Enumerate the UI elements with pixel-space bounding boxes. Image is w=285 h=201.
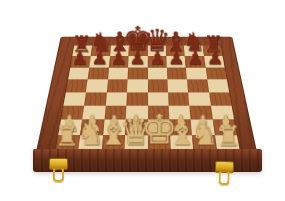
square-e2: ♟: [148, 120, 170, 135]
square-a8: ♜: [72, 45, 92, 56]
square-h7: ♟: [204, 56, 225, 67]
square-d2: ♟: [125, 120, 147, 135]
square-f8: ♝: [166, 45, 185, 56]
square-c7: ♟: [109, 56, 129, 67]
square-d8: ♚: [129, 45, 148, 56]
black-knight: ♞: [89, 30, 112, 56]
square-e6: [147, 67, 167, 79]
square-f7: ♟: [166, 56, 186, 67]
chess-board: ♜♞♝♚♛♝♞♜♟♟♟♟♟♟♟♟♟♟♟♟♟♟♟♟♜♞♝♛♚♝♞♜: [54, 45, 241, 152]
square-c2: ♟: [103, 120, 126, 135]
square-c6: [108, 67, 128, 79]
square-g6: [186, 67, 207, 79]
square-g7: ♟: [185, 56, 205, 67]
white-bishop: ♝: [98, 117, 127, 150]
square-h3: [211, 106, 235, 120]
square-d6: [128, 67, 148, 79]
square-h4: [209, 92, 232, 105]
square-e3: [148, 106, 170, 120]
square-e8: ♛: [147, 45, 166, 56]
black-bishop: ♝: [107, 29, 131, 56]
square-h5: [207, 79, 229, 92]
square-f3: [169, 106, 191, 120]
square-e5: [147, 79, 167, 92]
black-rook: ♜: [72, 34, 92, 56]
square-d5: [127, 79, 147, 92]
square-c5: [107, 79, 128, 92]
latch-loop-icon: [53, 167, 64, 182]
square-f4: [168, 92, 190, 105]
square-c4: [106, 92, 128, 105]
square-g4: [188, 92, 210, 105]
square-b3: [83, 106, 106, 120]
square-b2: ♟: [81, 120, 105, 135]
square-a5: [66, 79, 88, 92]
square-c8: ♝: [110, 45, 129, 56]
square-a7: ♟: [70, 56, 91, 67]
square-e7: ♟: [147, 56, 166, 67]
square-d7: ♟: [128, 56, 147, 67]
square-b4: [85, 92, 107, 105]
latch-loop-icon: [218, 170, 230, 185]
square-f6: [167, 67, 187, 79]
square-g2: ♟: [191, 120, 215, 135]
square-h6: [205, 67, 226, 79]
black-rook: ♜: [203, 34, 223, 56]
square-a2: ♟: [58, 120, 82, 135]
chess-set-photo: ♜♞♝♚♛♝♞♜♟♟♟♟♟♟♟♟♟♟♟♟♟♟♟♟♜♞♝♛♚♝♞♜: [0, 0, 285, 201]
square-e4: [148, 92, 169, 105]
brass-latch-left-icon: [49, 158, 68, 170]
square-d4: [127, 92, 148, 105]
square-g3: [190, 106, 213, 120]
white-rook: ♜: [55, 123, 79, 150]
brass-latch-right-icon: [215, 161, 234, 174]
square-h2: ♟: [213, 120, 237, 135]
square-d3: [126, 106, 148, 120]
square-f5: [167, 79, 188, 92]
square-a4: [64, 92, 87, 105]
square-b7: ♟: [90, 56, 110, 67]
white-rook: ♜: [216, 123, 240, 150]
square-b5: [86, 79, 108, 92]
square-g8: ♞: [184, 45, 204, 56]
chess-board-frame: ♜♞♝♚♛♝♞♜♟♟♟♟♟♟♟♟♟♟♟♟♟♟♟♟♜♞♝♛♚♝♞♜: [33, 37, 259, 164]
square-h8: ♜: [202, 45, 222, 56]
square-c3: [104, 106, 126, 120]
square-b6: [88, 67, 109, 79]
square-b8: ♞: [91, 45, 111, 56]
square-f2: ♟: [169, 120, 192, 135]
square-a3: [61, 106, 85, 120]
square-g5: [187, 79, 209, 92]
square-a6: [68, 67, 89, 79]
